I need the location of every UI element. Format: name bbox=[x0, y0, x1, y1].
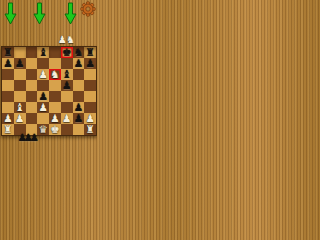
square-d7[interactable] bbox=[37, 58, 49, 69]
square-c7[interactable] bbox=[26, 58, 38, 69]
square-e3[interactable] bbox=[49, 102, 61, 113]
black-pawn-g7: ♟ bbox=[73, 58, 85, 69]
square-a5[interactable] bbox=[2, 80, 14, 91]
square-d2[interactable] bbox=[37, 113, 49, 124]
captured-black-pawn-icon: ♟ bbox=[30, 133, 39, 143]
square-d8[interactable]: ♝ bbox=[37, 47, 49, 58]
black-bishop-f6: ♝ bbox=[61, 69, 73, 80]
square-g2[interactable]: ♟ bbox=[73, 113, 85, 124]
square-e8[interactable] bbox=[49, 47, 61, 58]
chess-board: ♜♝♚♞♜♟♟♟♟♟♞♝♟♟♝♟♟♟♟♟♟♟♟♜♛♚♜ bbox=[1, 46, 97, 136]
square-f1[interactable] bbox=[61, 124, 73, 135]
black-knight-g8: ♞ bbox=[73, 47, 85, 58]
white-bishop-b3: ♝ bbox=[14, 102, 26, 113]
square-h7[interactable]: ♟ bbox=[84, 58, 96, 69]
black-bishop-d8: ♝ bbox=[37, 47, 49, 58]
square-f6[interactable]: ♝ bbox=[61, 69, 73, 80]
square-d4[interactable]: ♟ bbox=[37, 91, 49, 102]
white-pawn-d3: ♟ bbox=[37, 102, 49, 113]
white-knight-e6: ♞ bbox=[49, 69, 61, 80]
square-f2[interactable]: ♟ bbox=[61, 113, 73, 124]
down-arrow-icon-1[interactable] bbox=[4, 2, 17, 26]
white-queen-d1: ♛ bbox=[37, 124, 49, 135]
square-a4[interactable] bbox=[2, 91, 14, 102]
white-pawn-b2: ♟ bbox=[14, 113, 26, 124]
square-h1[interactable]: ♜ bbox=[84, 124, 96, 135]
white-pawn-a2: ♟ bbox=[2, 113, 14, 124]
square-a3[interactable] bbox=[2, 102, 14, 113]
square-f4[interactable] bbox=[61, 91, 73, 102]
square-g6[interactable] bbox=[73, 69, 85, 80]
square-h2[interactable]: ♟ bbox=[84, 113, 96, 124]
square-g5[interactable] bbox=[73, 80, 85, 91]
white-pawn-d6: ♟ bbox=[37, 69, 49, 80]
captured-white-knight-icon: ♞ bbox=[66, 35, 75, 45]
white-rook-a1: ♜ bbox=[2, 124, 14, 135]
square-g8[interactable]: ♞ bbox=[73, 47, 85, 58]
black-pawn-g2: ♟ bbox=[73, 113, 85, 124]
square-e6[interactable]: ♞ bbox=[49, 69, 61, 80]
square-f5[interactable]: ♟ bbox=[61, 80, 73, 91]
square-d1[interactable]: ♛ bbox=[37, 124, 49, 135]
square-b8[interactable] bbox=[14, 47, 26, 58]
square-h3[interactable] bbox=[84, 102, 96, 113]
square-d5[interactable] bbox=[37, 80, 49, 91]
white-pawn-h2: ♟ bbox=[84, 113, 96, 124]
square-g3[interactable]: ♟ bbox=[73, 102, 85, 113]
square-c8[interactable] bbox=[26, 47, 38, 58]
black-pawn-b7: ♟ bbox=[14, 58, 26, 69]
square-b3[interactable]: ♝ bbox=[14, 102, 26, 113]
square-f7[interactable] bbox=[61, 58, 73, 69]
square-f8[interactable]: ♚ bbox=[61, 47, 73, 58]
white-pawn-e2: ♟ bbox=[49, 113, 61, 124]
black-rook-a8: ♜ bbox=[2, 47, 14, 58]
square-a8[interactable]: ♜ bbox=[2, 47, 14, 58]
square-c2[interactable] bbox=[26, 113, 38, 124]
captured-black-pieces-tray: ♟♟♟ bbox=[18, 133, 36, 143]
chess-app-screen: { "game": "chess", "position": { "fen": … bbox=[0, 0, 97, 182]
square-d6[interactable]: ♟ bbox=[37, 69, 49, 80]
square-h4[interactable] bbox=[84, 91, 96, 102]
settings-gear-icon[interactable] bbox=[80, 1, 96, 17]
square-a1[interactable]: ♜ bbox=[2, 124, 14, 135]
square-e1[interactable]: ♚ bbox=[49, 124, 61, 135]
square-d3[interactable]: ♟ bbox=[37, 102, 49, 113]
square-e2[interactable]: ♟ bbox=[49, 113, 61, 124]
square-b6[interactable] bbox=[14, 69, 26, 80]
square-h8[interactable]: ♜ bbox=[84, 47, 96, 58]
black-rook-h8: ♜ bbox=[84, 47, 96, 58]
square-e4[interactable] bbox=[49, 91, 61, 102]
square-c4[interactable] bbox=[26, 91, 38, 102]
square-h6[interactable] bbox=[84, 69, 96, 80]
black-pawn-g3: ♟ bbox=[73, 102, 85, 113]
square-f3[interactable] bbox=[61, 102, 73, 113]
black-pawn-h7: ♟ bbox=[84, 58, 96, 69]
down-arrow-icon-3[interactable] bbox=[64, 2, 77, 26]
square-h5[interactable] bbox=[84, 80, 96, 91]
square-a6[interactable] bbox=[2, 69, 14, 80]
square-b2[interactable]: ♟ bbox=[14, 113, 26, 124]
down-arrow-icon-2[interactable] bbox=[33, 2, 46, 26]
black-pawn-a7: ♟ bbox=[2, 58, 14, 69]
square-b5[interactable] bbox=[14, 80, 26, 91]
square-b7[interactable]: ♟ bbox=[14, 58, 26, 69]
black-pawn-d4: ♟ bbox=[37, 91, 49, 102]
square-g7[interactable]: ♟ bbox=[73, 58, 85, 69]
square-e5[interactable] bbox=[49, 80, 61, 91]
black-king-f8: ♚ bbox=[61, 47, 73, 58]
square-g1[interactable] bbox=[73, 124, 85, 135]
white-pawn-f2: ♟ bbox=[61, 113, 73, 124]
white-king-e1: ♚ bbox=[49, 124, 61, 135]
square-e7[interactable] bbox=[49, 58, 61, 69]
square-a2[interactable]: ♟ bbox=[2, 113, 14, 124]
square-b4[interactable] bbox=[14, 91, 26, 102]
captured-white-pieces-tray: ♟♞ bbox=[58, 35, 74, 45]
square-c6[interactable] bbox=[26, 69, 38, 80]
square-c5[interactable] bbox=[26, 80, 38, 91]
square-g4[interactable] bbox=[73, 91, 85, 102]
square-a7[interactable]: ♟ bbox=[2, 58, 14, 69]
square-c3[interactable] bbox=[26, 102, 38, 113]
black-pawn-f5: ♟ bbox=[61, 80, 73, 91]
white-rook-h1: ♜ bbox=[84, 124, 96, 135]
